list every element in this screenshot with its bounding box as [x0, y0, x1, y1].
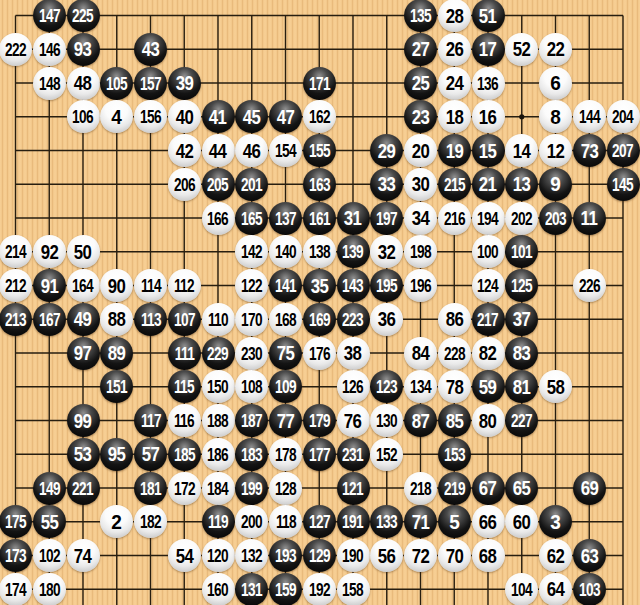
stone-177[interactable]: 177 [303, 438, 336, 471]
stone-180[interactable]: 180 [33, 573, 66, 605]
stone-number: 111 [175, 344, 194, 363]
stone-193[interactable]: 193 [269, 539, 302, 572]
stone-203[interactable]: 203 [539, 202, 572, 235]
stone-number: 78 [445, 377, 463, 397]
stone-number: 201 [241, 175, 262, 194]
stone-62[interactable]: 62 [539, 539, 572, 572]
stone-144[interactable]: 144 [573, 100, 606, 133]
stone-number: 21 [479, 174, 497, 194]
stone-number: 143 [343, 276, 364, 295]
stone-163[interactable]: 163 [303, 168, 336, 201]
stone-17[interactable]: 17 [472, 33, 505, 66]
stone-number: 213 [5, 310, 26, 329]
stone-107[interactable]: 107 [168, 303, 201, 336]
stone-170[interactable]: 170 [235, 303, 268, 336]
stone-185[interactable]: 185 [168, 438, 201, 471]
stone-36[interactable]: 36 [370, 303, 403, 336]
stone-number: 183 [241, 445, 262, 464]
stone-number: 123 [376, 377, 397, 396]
stone-12[interactable]: 12 [539, 134, 572, 167]
stone-137[interactable]: 137 [269, 202, 302, 235]
stone-173[interactable]: 173 [0, 539, 32, 572]
stone-number: 178 [275, 445, 296, 464]
stone-110[interactable]: 110 [202, 303, 235, 336]
goban[interactable]: 1472251352851222146934327261752221484810… [0, 0, 640, 605]
stone-124[interactable]: 124 [472, 269, 505, 302]
stone-97[interactable]: 97 [67, 337, 100, 370]
stone-number: 187 [241, 411, 262, 430]
stone-number: 17 [479, 39, 497, 59]
stone-number: 51 [479, 6, 497, 26]
stone-number: 134 [410, 377, 431, 396]
stone-148[interactable]: 148 [33, 67, 66, 100]
stone-number: 188 [208, 411, 229, 430]
stone-48[interactable]: 48 [67, 67, 100, 100]
stone-number: 181 [140, 479, 161, 498]
stone-41[interactable]: 41 [202, 100, 235, 133]
stone-22[interactable]: 22 [539, 33, 572, 66]
stone-number: 166 [208, 209, 229, 228]
stone-194[interactable]: 194 [472, 202, 505, 235]
stone-162[interactable]: 162 [303, 100, 336, 133]
stone-141[interactable]: 141 [269, 269, 302, 302]
stone-129[interactable]: 129 [303, 539, 336, 572]
stone-number: 130 [376, 411, 397, 430]
stone-196[interactable]: 196 [404, 269, 437, 302]
stone-27[interactable]: 27 [404, 33, 437, 66]
stone-106[interactable]: 106 [67, 100, 100, 133]
stone-number: 23 [412, 107, 430, 127]
stone-93[interactable]: 93 [67, 33, 100, 66]
stone-number: 155 [309, 141, 330, 160]
stone-147[interactable]: 147 [33, 0, 66, 32]
stone-86[interactable]: 86 [438, 303, 471, 336]
stone-184[interactable]: 184 [202, 472, 235, 505]
stone-number: 97 [74, 343, 92, 363]
stone-number: 148 [39, 74, 60, 93]
stone-number: 70 [445, 546, 463, 566]
stone-number: 214 [5, 242, 26, 261]
stone-229[interactable]: 229 [202, 337, 235, 370]
stone-127[interactable]: 127 [303, 505, 336, 538]
stone-number: 112 [174, 276, 194, 295]
stone-69[interactable]: 69 [573, 472, 606, 505]
stone-218[interactable]: 218 [404, 472, 437, 505]
stone-number: 102 [39, 546, 60, 565]
stone-number: 88 [108, 309, 126, 329]
stone-216[interactable]: 216 [438, 202, 471, 235]
stone-92[interactable]: 92 [33, 235, 66, 268]
stone-number: 206 [174, 175, 195, 194]
stone-number: 108 [241, 377, 262, 396]
stone-number: 24 [445, 73, 463, 93]
stone-number: 72 [412, 546, 430, 566]
stone-number: 33 [378, 174, 396, 194]
stone-226[interactable]: 226 [573, 269, 606, 302]
stone-37[interactable]: 37 [505, 303, 538, 336]
stone-number: 85 [445, 411, 463, 431]
stone-100[interactable]: 100 [472, 235, 505, 268]
stone-44[interactable]: 44 [202, 134, 235, 167]
stone-33[interactable]: 33 [370, 168, 403, 201]
stone-73[interactable]: 73 [573, 134, 606, 167]
stone-72[interactable]: 72 [404, 539, 437, 572]
stone-number: 140 [275, 242, 296, 261]
stone-number: 122 [241, 276, 262, 295]
stone-230[interactable]: 230 [235, 337, 268, 370]
stone-35[interactable]: 35 [303, 269, 336, 302]
stone-28[interactable]: 28 [438, 0, 471, 32]
stone-42[interactable]: 42 [168, 134, 201, 167]
stone-number: 196 [410, 276, 431, 295]
stone-6[interactable]: 6 [539, 67, 572, 100]
stone-number: 12 [547, 141, 565, 161]
stone-number: 40 [175, 107, 193, 127]
stone-55[interactable]: 55 [33, 505, 66, 538]
stone-43[interactable]: 43 [134, 33, 167, 66]
stone-136[interactable]: 136 [472, 67, 505, 100]
stone-number: 15 [479, 141, 497, 161]
stone-number: 195 [376, 276, 397, 295]
stone-number: 75 [277, 343, 295, 363]
stone-179[interactable]: 179 [303, 404, 336, 437]
stone-172[interactable]: 172 [168, 472, 201, 505]
stone-number: 157 [140, 74, 161, 93]
stone-181[interactable]: 181 [134, 472, 167, 505]
stone-number: 126 [343, 377, 364, 396]
stone-number: 164 [73, 276, 94, 295]
stone-68[interactable]: 68 [472, 539, 505, 572]
stone-223[interactable]: 223 [337, 303, 370, 336]
stone-99[interactable]: 99 [67, 404, 100, 437]
stone-24[interactable]: 24 [438, 67, 471, 100]
stone-84[interactable]: 84 [404, 337, 437, 370]
stone-19[interactable]: 19 [438, 134, 471, 167]
stone-number: 71 [412, 512, 430, 532]
stone-number: 3 [550, 512, 561, 532]
stone-120[interactable]: 120 [202, 539, 235, 572]
stone-number: 84 [412, 343, 430, 363]
stone-207[interactable]: 207 [607, 134, 640, 167]
stone-113[interactable]: 113 [134, 303, 167, 336]
stone-number: 104 [511, 580, 532, 599]
stone-164[interactable]: 164 [67, 269, 100, 302]
stone-186[interactable]: 186 [202, 438, 235, 471]
stone-114[interactable]: 114 [134, 269, 167, 302]
stone-202[interactable]: 202 [505, 202, 538, 235]
stone-26[interactable]: 26 [438, 33, 471, 66]
stone-number: 43 [142, 39, 160, 59]
stone-number: 228 [444, 344, 465, 363]
stone-number: 202 [511, 209, 532, 228]
stone-11[interactable]: 11 [573, 202, 606, 235]
stone-174[interactable]: 174 [0, 573, 32, 605]
stone-59[interactable]: 59 [472, 370, 505, 403]
stone-49[interactable]: 49 [67, 303, 100, 336]
stone-111[interactable]: 111 [168, 337, 201, 370]
stone-217[interactable]: 217 [472, 303, 505, 336]
stone-number: 31 [344, 208, 362, 228]
stone-88[interactable]: 88 [100, 303, 133, 336]
stone-80[interactable]: 80 [472, 404, 505, 437]
stone-75[interactable]: 75 [269, 337, 302, 370]
stone-number: 45 [243, 107, 261, 127]
stone-138[interactable]: 138 [303, 235, 336, 268]
stone-219[interactable]: 219 [438, 472, 471, 505]
stone-197[interactable]: 197 [370, 202, 403, 235]
stone-188[interactable]: 188 [202, 404, 235, 437]
stone-168[interactable]: 168 [269, 303, 302, 336]
stone-number: 131 [241, 580, 262, 599]
stone-number: 64 [547, 579, 565, 599]
stone-30[interactable]: 30 [404, 168, 437, 201]
stone-5[interactable]: 5 [438, 505, 471, 538]
stone-167[interactable]: 167 [33, 303, 66, 336]
stone-169[interactable]: 169 [303, 303, 336, 336]
stone-number: 6 [550, 73, 561, 93]
stone-number: 197 [376, 209, 397, 228]
stone-51[interactable]: 51 [472, 0, 505, 32]
stone-number: 207 [613, 141, 634, 160]
stone-83[interactable]: 83 [505, 337, 538, 370]
stone-159[interactable]: 159 [269, 573, 302, 605]
stone-number: 177 [309, 445, 330, 464]
stone-222[interactable]: 222 [0, 33, 32, 66]
stone-number: 90 [108, 276, 126, 296]
stone-50[interactable]: 50 [67, 235, 100, 268]
stone-number: 193 [275, 546, 296, 565]
stone-103[interactable]: 103 [573, 573, 606, 605]
stone-128[interactable]: 128 [269, 472, 302, 505]
stone-102[interactable]: 102 [33, 539, 66, 572]
stone-63[interactable]: 63 [573, 539, 606, 572]
stone-146[interactable]: 146 [33, 33, 66, 66]
stone-number: 154 [275, 141, 296, 160]
stone-number: 37 [513, 309, 531, 329]
stone-171[interactable]: 171 [303, 67, 336, 100]
stone-39[interactable]: 39 [168, 67, 201, 100]
stone-105[interactable]: 105 [100, 67, 133, 100]
stone-number: 25 [412, 73, 430, 93]
stone-number: 226 [579, 276, 600, 295]
stone-82[interactable]: 82 [472, 337, 505, 370]
stone-66[interactable]: 66 [472, 505, 505, 538]
stone-number: 56 [378, 546, 396, 566]
stone-number: 48 [74, 73, 92, 93]
stone-number: 103 [579, 580, 600, 599]
stone-number: 44 [209, 141, 227, 161]
stone-95[interactable]: 95 [100, 438, 133, 471]
stone-213[interactable]: 213 [0, 303, 32, 336]
stone-53[interactable]: 53 [67, 438, 100, 471]
stone-number: 185 [174, 445, 195, 464]
stone-221[interactable]: 221 [67, 472, 100, 505]
stone-number: 227 [511, 411, 532, 430]
stone-150[interactable]: 150 [202, 370, 235, 403]
stone-number: 199 [241, 479, 262, 498]
stone-34[interactable]: 34 [404, 202, 437, 235]
stone-155[interactable]: 155 [303, 134, 336, 167]
stone-number: 76 [344, 411, 362, 431]
stone-160[interactable]: 160 [202, 573, 235, 605]
stone-212[interactable]: 212 [0, 269, 32, 302]
stone-131[interactable]: 131 [235, 573, 268, 605]
stone-126[interactable]: 126 [337, 370, 370, 403]
stone-158[interactable]: 158 [337, 573, 370, 605]
stone-number: 80 [479, 411, 497, 431]
stone-number: 83 [513, 343, 531, 363]
stone-number: 222 [5, 40, 26, 59]
stone-number: 89 [108, 343, 126, 363]
stone-192[interactable]: 192 [303, 573, 336, 605]
stone-number: 107 [174, 310, 195, 329]
stone-13[interactable]: 13 [505, 168, 538, 201]
stone-115[interactable]: 115 [168, 370, 201, 403]
stone-number: 150 [208, 377, 229, 396]
stone-9[interactable]: 9 [539, 168, 572, 201]
stone-number: 55 [40, 512, 58, 532]
stone-number: 204 [613, 107, 634, 126]
stone-number: 5 [449, 512, 460, 532]
stone-139[interactable]: 139 [337, 235, 370, 268]
stone-18[interactable]: 18 [438, 100, 471, 133]
stone-112[interactable]: 112 [168, 269, 201, 302]
stone-number: 124 [478, 276, 499, 295]
stone-number: 46 [243, 141, 261, 161]
stone-104[interactable]: 104 [505, 573, 538, 605]
stone-52[interactable]: 52 [505, 33, 538, 66]
stone-15[interactable]: 15 [472, 134, 505, 167]
stone-number: 161 [309, 209, 330, 228]
stone-145[interactable]: 145 [607, 168, 640, 201]
stone-number: 167 [39, 310, 60, 329]
stone-205[interactable]: 205 [202, 168, 235, 201]
stone-67[interactable]: 67 [472, 472, 505, 505]
stone-number: 100 [478, 242, 499, 261]
stone-153[interactable]: 153 [438, 438, 471, 471]
stone-149[interactable]: 149 [33, 472, 66, 505]
stone-number: 30 [412, 174, 430, 194]
stone-121[interactable]: 121 [337, 472, 370, 505]
stone-number: 13 [513, 174, 531, 194]
stone-number: 69 [580, 478, 598, 498]
stone-87[interactable]: 87 [404, 404, 437, 437]
stone-38[interactable]: 38 [337, 337, 370, 370]
stone-78[interactable]: 78 [438, 370, 471, 403]
stone-190[interactable]: 190 [337, 539, 370, 572]
stone-number: 128 [275, 479, 296, 498]
stone-25[interactable]: 25 [404, 67, 437, 100]
stone-178[interactable]: 178 [269, 438, 302, 471]
stone-228[interactable]: 228 [438, 337, 471, 370]
stone-152[interactable]: 152 [370, 438, 403, 471]
stone-number: 41 [209, 107, 227, 127]
stone-64[interactable]: 64 [539, 573, 572, 605]
stone-number: 20 [412, 141, 430, 161]
stone-number: 176 [309, 344, 330, 363]
stone-65[interactable]: 65 [505, 472, 538, 505]
stone-91[interactable]: 91 [33, 269, 66, 302]
stone-number: 68 [479, 546, 497, 566]
stone-117[interactable]: 117 [134, 404, 167, 437]
stone-119[interactable]: 119 [202, 505, 235, 538]
stone-number: 59 [479, 377, 497, 397]
stone-201[interactable]: 201 [235, 168, 268, 201]
stone-74[interactable]: 74 [67, 539, 100, 572]
stone-176[interactable]: 176 [303, 337, 336, 370]
stone-number: 173 [5, 546, 26, 565]
stone-number: 116 [174, 411, 194, 430]
stone-number: 230 [241, 344, 262, 363]
stone-89[interactable]: 89 [100, 337, 133, 370]
stone-number: 60 [513, 512, 531, 532]
stone-165[interactable]: 165 [235, 202, 268, 235]
stone-143[interactable]: 143 [337, 269, 370, 302]
stone-183[interactable]: 183 [235, 438, 268, 471]
stone-70[interactable]: 70 [438, 539, 471, 572]
stone-161[interactable]: 161 [303, 202, 336, 235]
stone-54[interactable]: 54 [168, 539, 201, 572]
stone-number: 172 [174, 479, 195, 498]
stone-number: 82 [479, 343, 497, 363]
stone-number: 114 [140, 276, 160, 295]
stone-number: 121 [343, 479, 364, 498]
stone-204[interactable]: 204 [607, 100, 640, 133]
stone-154[interactable]: 154 [269, 134, 302, 167]
stone-number: 225 [73, 6, 94, 25]
stone-231[interactable]: 231 [337, 438, 370, 471]
stone-135[interactable]: 135 [404, 0, 437, 32]
stone-206[interactable]: 206 [168, 168, 201, 201]
stone-number: 171 [309, 74, 330, 93]
stone-166[interactable]: 166 [202, 202, 235, 235]
stone-199[interactable]: 199 [235, 472, 268, 505]
stone-number: 137 [275, 209, 296, 228]
stone-number: 149 [39, 479, 60, 498]
stone-number: 53 [74, 444, 92, 464]
stone-number: 113 [140, 310, 160, 329]
stone-number: 110 [208, 310, 228, 329]
stone-157[interactable]: 157 [134, 67, 167, 100]
stone-number: 194 [478, 209, 499, 228]
stone-number: 35 [310, 276, 328, 296]
stone-57[interactable]: 57 [134, 438, 167, 471]
stone-191[interactable]: 191 [337, 505, 370, 538]
stone-number: 216 [444, 209, 465, 228]
stone-85[interactable]: 85 [438, 404, 471, 437]
stone-77[interactable]: 77 [269, 404, 302, 437]
stone-number: 136 [478, 74, 499, 93]
stone-number: 191 [343, 512, 364, 531]
stone-31[interactable]: 31 [337, 202, 370, 235]
stone-number: 39 [175, 73, 193, 93]
stone-116[interactable]: 116 [168, 404, 201, 437]
stone-76[interactable]: 76 [337, 404, 370, 437]
stone-number: 200 [241, 512, 262, 531]
stone-20[interactable]: 20 [404, 134, 437, 167]
stone-16[interactable]: 16 [472, 100, 505, 133]
stone-number: 184 [208, 479, 229, 498]
stone-225[interactable]: 225 [67, 0, 100, 32]
stone-21[interactable]: 21 [472, 168, 505, 201]
stone-number: 86 [445, 309, 463, 329]
stone-40[interactable]: 40 [168, 100, 201, 133]
stone-number: 34 [412, 208, 430, 228]
stone-number: 105 [106, 74, 127, 93]
stone-number: 18 [445, 107, 463, 127]
stone-215[interactable]: 215 [438, 168, 471, 201]
stone-number: 92 [40, 242, 58, 262]
